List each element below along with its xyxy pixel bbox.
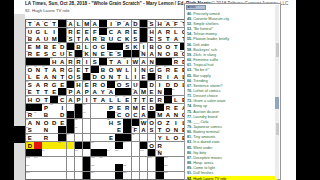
grid-cell[interactable]: 12D <box>132 20 140 27</box>
grid-cell[interactable]: Y <box>156 134 164 141</box>
grid-cell[interactable]: E <box>115 126 123 133</box>
grid-cell[interactable] <box>50 164 58 171</box>
grid-cell[interactable]: 11A <box>123 20 131 27</box>
grid-cell[interactable]: 37N <box>140 50 148 57</box>
grid-cell[interactable]: 71P <box>42 104 50 111</box>
grid-cell[interactable]: 63A <box>132 88 140 95</box>
grid-cell[interactable]: 82H <box>107 119 115 126</box>
grid-cell[interactable]: O <box>164 43 172 50</box>
grid-cell[interactable]: 99 <box>107 149 115 156</box>
scrollbar-thumb[interactable] <box>275 97 279 109</box>
grid-cell[interactable]: O <box>123 111 131 118</box>
grid-cell[interactable]: 42T <box>107 58 115 65</box>
grid-cell[interactable]: 72 <box>50 104 58 111</box>
grid-cell[interactable]: 8A <box>91 20 99 27</box>
grid-cell[interactable]: 78C <box>115 111 123 118</box>
grid-cell[interactable]: E <box>148 88 156 95</box>
grid-cell[interactable]: 49B <box>99 66 107 73</box>
grid-cell[interactable]: 74R <box>164 104 172 111</box>
grid-cell[interactable] <box>148 172 156 179</box>
grid-cell[interactable]: 76 <box>34 111 42 118</box>
grid-cell[interactable]: O <box>156 43 164 50</box>
grid-cell[interactable]: A <box>156 28 164 35</box>
cell-letter: G <box>34 29 42 35</box>
grid-cell[interactable] <box>83 149 91 156</box>
grid-cell[interactable] <box>172 172 180 179</box>
grid-cell[interactable]: A <box>67 96 75 103</box>
grid-cell[interactable]: I <box>132 73 140 80</box>
grid-cell[interactable]: 33E <box>67 50 75 57</box>
grid-cell[interactable]: S <box>156 35 164 42</box>
grid-cell[interactable]: 25B <box>99 35 107 42</box>
grid-cell[interactable]: A <box>75 88 83 95</box>
grid-cell[interactable]: D <box>58 111 66 118</box>
grid-cell <box>156 157 164 164</box>
grid-cell[interactable] <box>132 157 140 164</box>
grid-cell[interactable] <box>132 172 140 179</box>
grid-cell[interactable] <box>132 149 140 156</box>
grid-cell[interactable] <box>42 157 50 164</box>
grid-cell[interactable]: I <box>172 119 180 126</box>
cell-letter: D <box>50 120 58 126</box>
grid-cell[interactable]: E <box>140 73 148 80</box>
grid-cell[interactable]: T <box>42 88 50 95</box>
grid-cell[interactable]: L <box>123 73 131 80</box>
grid-cell[interactable] <box>83 119 91 126</box>
grid-cell[interactable]: D <box>148 104 156 111</box>
grid-cell[interactable]: A <box>164 111 172 118</box>
grid-cell[interactable]: 28D <box>58 43 66 50</box>
grid-cell[interactable] <box>67 149 75 156</box>
grid-cell[interactable]: O <box>99 81 107 88</box>
grid-cell[interactable]: A <box>50 66 58 73</box>
tab-across[interactable]: Across <box>186 5 206 10</box>
grid-cell[interactable] <box>99 172 107 179</box>
grid-cell[interactable] <box>91 119 99 126</box>
grid-cell[interactable]: 93 <box>91 142 99 149</box>
grid-cell[interactable]: E <box>172 66 180 73</box>
grid-cell[interactable]: W <box>115 66 123 73</box>
grid-cell[interactable]: 102N <box>156 149 164 156</box>
grid-cell[interactable]: 43I <box>123 58 131 65</box>
grid-cell[interactable]: 97 <box>42 149 50 156</box>
grid-cell[interactable] <box>75 157 83 164</box>
grid-cell[interactable]: T <box>172 43 180 50</box>
grid-cell[interactable]: 114 <box>91 172 99 179</box>
grid-cell[interactable]: N <box>91 50 99 57</box>
grid-cell[interactable]: 100 <box>115 149 123 156</box>
grid-cell[interactable]: O <box>42 119 50 126</box>
grid-cell[interactable] <box>50 126 58 133</box>
grid-cell[interactable]: D <box>164 81 172 88</box>
grid-cell[interactable]: L <box>123 66 131 73</box>
grid-cell[interactable]: O <box>91 43 99 50</box>
grid-cell[interactable] <box>99 134 107 141</box>
grid-cell[interactable]: A <box>148 50 156 57</box>
grid-cell[interactable]: 61P <box>67 88 75 95</box>
grid-cell[interactable] <box>91 126 99 133</box>
grid-cell[interactable] <box>83 134 91 141</box>
grid-cell[interactable] <box>75 164 83 171</box>
grid-cell[interactable] <box>172 157 180 164</box>
grid-cell[interactable] <box>42 172 50 179</box>
grid-cell[interactable]: I <box>83 58 91 65</box>
grid-cell[interactable]: S <box>123 81 131 88</box>
grid-cell[interactable]: E <box>34 73 42 80</box>
grid-cell[interactable] <box>34 134 42 141</box>
grid-cell[interactable]: D <box>50 119 58 126</box>
grid-cell[interactable]: 70L <box>172 96 180 103</box>
grid-cell[interactable]: F <box>91 28 99 35</box>
grid-cell[interactable]: C <box>132 111 140 118</box>
grid-cell[interactable] <box>99 142 107 149</box>
grid-cell[interactable]: R <box>42 81 50 88</box>
grid-cell[interactable]: Z <box>164 119 172 126</box>
grid-cell[interactable]: T <box>156 126 164 133</box>
grid-cell[interactable] <box>75 134 83 141</box>
grid-cell[interactable]: R <box>67 58 75 65</box>
grid-cell[interactable]: T <box>91 96 99 103</box>
grid-cell[interactable]: 16F <box>172 20 180 27</box>
clue-scrollbar[interactable] <box>275 5 279 179</box>
grid-cell[interactable]: 66H <box>26 96 34 103</box>
cursor-cell[interactable] <box>34 142 42 149</box>
grid-cell[interactable] <box>140 172 148 179</box>
grid-cell[interactable] <box>50 157 58 164</box>
grid-cell[interactable]: 21C <box>107 28 115 35</box>
grid-cell[interactable]: N <box>34 119 42 126</box>
clue-text: Tropical fruit <box>193 63 213 67</box>
grid-cell[interactable]: S <box>42 50 50 57</box>
grid-cell[interactable]: L <box>172 28 180 35</box>
cell-letter: I <box>123 59 131 65</box>
grid-cell[interactable]: 94 <box>123 142 131 149</box>
grid-cell[interactable]: O <box>99 73 107 80</box>
grid-cell[interactable] <box>50 111 58 118</box>
grid-cell[interactable]: 24S <box>67 35 75 42</box>
grid-cell[interactable]: B <box>42 111 50 118</box>
grid-cell[interactable]: E <box>50 43 58 50</box>
grid-cell[interactable]: T <box>34 88 42 95</box>
clue-text: Zilch, in slang <box>193 53 216 57</box>
cell-letter: R <box>67 59 75 65</box>
grid-cell[interactable]: E <box>140 104 148 111</box>
grid-cell[interactable] <box>107 126 115 133</box>
grid-cell[interactable]: G <box>34 28 42 35</box>
grid-cell[interactable]: N <box>172 126 180 133</box>
grid-cell[interactable] <box>50 172 58 179</box>
grid-cell[interactable] <box>67 157 75 164</box>
grid-cell[interactable]: E <box>83 28 91 35</box>
cell-letter: E <box>172 67 180 73</box>
crossword-grid[interactable]: 1T2A3C4T5A6L7M8A9I10P11A12D13S14H15A16F1… <box>25 19 197 180</box>
grid-cell[interactable]: R <box>58 66 66 73</box>
grid-cell[interactable]: K <box>132 43 140 50</box>
grid-cell[interactable]: 41R <box>75 58 83 65</box>
grid-cell[interactable]: 69E <box>123 96 131 103</box>
grid-cell[interactable]: E <box>107 134 115 141</box>
grid-cell[interactable]: R <box>91 81 99 88</box>
grid-cell[interactable]: I <box>50 28 58 35</box>
grid-cell[interactable]: I <box>164 73 172 80</box>
grid-cell[interactable]: E <box>148 96 156 103</box>
grid-cell[interactable]: 58O <box>115 81 123 88</box>
clue-row-selected[interactable]: 92. Hugh Laurie TV role <box>187 176 278 180</box>
grid-cell[interactable]: 113 <box>26 172 34 179</box>
grid-cell[interactable]: A <box>91 88 99 95</box>
grid-cell[interactable] <box>67 142 75 149</box>
grid-cell[interactable]: 6L <box>75 20 83 27</box>
grid-cell[interactable] <box>172 149 180 156</box>
grid-cell[interactable]: N <box>156 88 164 95</box>
cell-letter: O <box>148 120 156 126</box>
grid-cell[interactable]: U <box>107 35 115 42</box>
grid-cell[interactable] <box>107 157 115 164</box>
grid-cell[interactable]: A <box>140 126 148 133</box>
grid-cell[interactable] <box>50 142 58 149</box>
grid-cell[interactable] <box>58 164 66 171</box>
grid-cell[interactable] <box>58 149 66 156</box>
grid-cell[interactable]: P <box>83 88 91 95</box>
grid-cell[interactable]: P <box>107 104 115 111</box>
grid-cell[interactable]: 29B <box>75 43 83 50</box>
grid-cell[interactable]: T <box>83 66 91 73</box>
grid-cell[interactable] <box>140 164 148 171</box>
grid-cell[interactable] <box>91 111 99 118</box>
grid-cell[interactable]: A <box>172 73 180 80</box>
grid-cell[interactable] <box>107 172 115 179</box>
grid-cell[interactable]: 53D <box>91 73 99 80</box>
grid-cell[interactable]: 68L <box>115 96 123 103</box>
grid-cell[interactable] <box>99 164 107 171</box>
grid-cell[interactable]: 106 <box>99 157 107 164</box>
grid-cell[interactable]: A <box>172 35 180 42</box>
grid-cell[interactable] <box>99 104 107 111</box>
grid-cell[interactable]: E <box>75 66 83 73</box>
grid-cell[interactable] <box>140 157 148 164</box>
grid-cell[interactable]: E <box>99 50 107 57</box>
grid-cell[interactable]: A <box>83 35 91 42</box>
grid-cell[interactable]: O <box>34 96 42 103</box>
grid-cell[interactable] <box>42 164 50 171</box>
grid-cell[interactable]: A <box>58 58 66 65</box>
grid-cell[interactable]: 83W <box>140 119 148 126</box>
grid-cell[interactable]: E <box>50 88 58 95</box>
grid-cell[interactable] <box>67 164 75 171</box>
grid-cell[interactable]: L <box>42 28 50 35</box>
grid-cell[interactable] <box>172 142 180 149</box>
grid-cell[interactable]: 54R <box>156 73 164 80</box>
grid-cell[interactable] <box>132 164 140 171</box>
grid-cell[interactable]: E <box>172 104 180 111</box>
grid-cell[interactable]: G <box>148 66 156 73</box>
grid-cell[interactable]: U <box>42 35 50 42</box>
grid-cell[interactable]: 32R <box>26 50 34 57</box>
grid-cell[interactable]: M <box>50 35 58 42</box>
grid-cell[interactable]: 14H <box>156 20 164 27</box>
grid-cell[interactable]: 62A <box>107 88 115 95</box>
grid-cell[interactable] <box>115 157 123 164</box>
grid-cell[interactable]: N <box>107 73 115 80</box>
grid-cell[interactable]: 15A <box>164 20 172 27</box>
grid-cell[interactable]: 40H <box>50 58 58 65</box>
grid-cell[interactable]: 98 <box>75 149 83 156</box>
grid-cell[interactable]: I <box>132 66 140 73</box>
grid-cell[interactable]: R <box>123 104 131 111</box>
grid-cell[interactable]: N <box>140 66 148 73</box>
cell-letter: O <box>156 120 164 126</box>
grid-cell[interactable]: G <box>67 66 75 73</box>
grid-cell[interactable]: I <box>58 104 66 111</box>
grid-cell[interactable]: S <box>132 35 140 42</box>
grid-cell[interactable]: 34K <box>83 50 91 57</box>
grid-cell[interactable]: 91D <box>26 142 34 149</box>
grid-cell[interactable] <box>107 164 115 171</box>
grid-cell[interactable]: M <box>34 43 42 50</box>
grid-cell[interactable]: A <box>140 58 148 65</box>
grid-cell[interactable]: 107 <box>148 157 156 164</box>
grid-cell[interactable]: 64M <box>140 88 148 95</box>
grid-cell[interactable]: O <box>164 50 172 57</box>
grid-cell[interactable]: T <box>140 96 148 103</box>
grid-cell[interactable]: Y <box>99 88 107 95</box>
grid-cell[interactable] <box>75 172 83 179</box>
grid-cell[interactable]: 56H <box>75 81 83 88</box>
grid-cell[interactable]: 2A <box>34 20 42 27</box>
grid-cell[interactable]: 86 <box>75 126 83 133</box>
grid-cell[interactable]: N <box>156 50 164 57</box>
grid-cell[interactable]: N <box>42 126 50 133</box>
grid-cell[interactable]: L <box>164 134 172 141</box>
grid-cell[interactable] <box>140 134 148 141</box>
cell-number: 73 <box>83 103 85 105</box>
grid-cell[interactable]: A <box>42 73 50 80</box>
grid-cell[interactable]: U <box>58 50 66 57</box>
grid-cell[interactable]: 90 <box>132 134 140 141</box>
grid-cell[interactable] <box>34 172 42 179</box>
grid-cell[interactable] <box>172 164 180 171</box>
grid-cell[interactable]: 47N <box>34 66 42 73</box>
grid-cell[interactable]: O <box>67 73 75 80</box>
grid-cell[interactable] <box>148 164 156 171</box>
grid-cell[interactable]: 26E <box>148 35 156 42</box>
grid-cell[interactable]: A <box>34 35 42 42</box>
grid-cell[interactable]: A <box>99 96 107 103</box>
grid-cell[interactable] <box>58 157 66 164</box>
grid-cell[interactable]: N <box>148 58 156 65</box>
grid-cell[interactable]: 10P <box>115 20 123 27</box>
grid-cell[interactable]: B <box>42 43 50 50</box>
grid-cell[interactable]: 92 <box>58 142 66 149</box>
grid-cell[interactable]: 116 <box>164 172 172 179</box>
grid-cell[interactable] <box>99 111 107 118</box>
grid-cell[interactable]: G <box>50 81 58 88</box>
grid-cell[interactable]: N <box>172 111 180 118</box>
grid-cell[interactable] <box>91 104 99 111</box>
grid-cell[interactable]: A <box>34 81 42 88</box>
grid-cell[interactable]: S <box>91 58 99 65</box>
grid-cell[interactable]: 4T <box>50 20 58 27</box>
grid-cell[interactable] <box>50 134 58 141</box>
grid-cell[interactable]: 89 <box>67 134 75 141</box>
grid-cell[interactable] <box>67 172 75 179</box>
grid-cell[interactable]: 104 <box>34 157 42 164</box>
grid-cell[interactable]: 44W <box>132 58 140 65</box>
grid-cell[interactable] <box>50 149 58 156</box>
grid-cell[interactable]: A <box>115 58 123 65</box>
grid-cell[interactable]: O <box>107 66 115 73</box>
grid-cell[interactable] <box>123 149 131 156</box>
grid-cell[interactable]: 7M <box>83 20 91 27</box>
grid-cell[interactable] <box>34 164 42 171</box>
grid-cell[interactable]: S <box>148 126 156 133</box>
grid-cell[interactable]: 59D <box>148 81 156 88</box>
grid-cell[interactable]: R <box>91 35 99 42</box>
grid-cell[interactable]: B <box>148 43 156 50</box>
grid-cell[interactable]: 84O <box>148 119 156 126</box>
cell-letter: L <box>172 29 180 35</box>
grid-cell[interactable]: T <box>132 96 140 103</box>
grid-cell[interactable]: 3C <box>42 20 50 27</box>
grid-cell[interactable]: 67C <box>58 96 66 103</box>
grid-cell[interactable]: 77 <box>83 111 91 118</box>
grid-cell[interactable]: L <box>107 96 115 103</box>
grid-cell[interactable]: E <box>75 28 83 35</box>
grid-cell[interactable] <box>34 126 42 133</box>
grid-cell[interactable]: O <box>172 134 180 141</box>
grid-cell[interactable]: 45R <box>172 58 180 65</box>
grid-cell[interactable] <box>67 104 75 111</box>
grid-cell[interactable]: 95O <box>148 142 156 149</box>
grid-cell[interactable]: 30S <box>123 43 131 50</box>
grid-cell[interactable]: R <box>164 28 172 35</box>
grid-cell[interactable]: 48T <box>42 66 50 73</box>
grid-cell[interactable]: 57E <box>83 81 91 88</box>
grid-cell[interactable]: 79M <box>156 111 164 118</box>
grid-cell[interactable]: P <box>75 96 83 103</box>
grid-cell[interactable] <box>164 142 172 149</box>
grid-cell[interactable]: N <box>50 73 58 80</box>
grid-cell[interactable]: T <box>164 35 172 42</box>
grid-cell[interactable]: 101 <box>140 149 148 156</box>
grid-cell[interactable]: S <box>115 119 123 126</box>
grid-cell[interactable]: 51R <box>164 66 172 73</box>
grid-cell[interactable]: I <box>156 81 164 88</box>
grid-cell[interactable]: E <box>132 28 140 35</box>
grid-cell[interactable]: G <box>99 43 107 50</box>
grid-cell[interactable] <box>58 172 66 179</box>
grid-cell[interactable]: O <box>156 119 164 126</box>
grid-cell[interactable] <box>99 119 107 126</box>
grid-cell[interactable] <box>132 142 140 149</box>
grid-cell[interactable]: E <box>58 119 66 126</box>
grid-cell[interactable]: 36S <box>115 50 123 57</box>
grid-cell[interactable]: E <box>34 50 42 57</box>
grid-cell[interactable]: R <box>156 96 164 103</box>
grid-cell[interactable]: T <box>58 73 66 80</box>
grid-cell[interactable]: O <box>164 126 172 133</box>
grid-cell[interactable]: E <box>58 81 66 88</box>
grid-cell[interactable]: C <box>115 35 123 42</box>
grid-cell[interactable]: M <box>132 104 140 111</box>
cell-letter: A <box>123 21 131 27</box>
grid-cell[interactable]: 115 <box>123 172 131 179</box>
grid-cell[interactable] <box>83 126 91 133</box>
grid-cell[interactable]: A <box>115 28 123 35</box>
grid-cell[interactable]: R <box>42 134 50 141</box>
grid-cell[interactable] <box>99 126 107 133</box>
grid-cell[interactable]: R <box>123 28 131 35</box>
